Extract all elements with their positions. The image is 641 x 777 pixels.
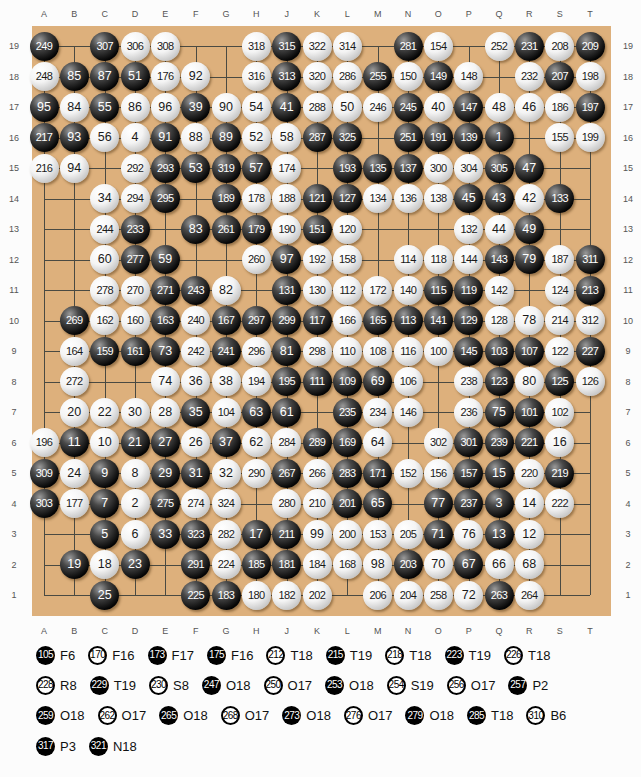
- stone-white-P12-move-144: 144: [454, 245, 483, 274]
- stone-move-number: 71: [431, 528, 445, 541]
- stone-white-M11-move-172: 172: [363, 276, 392, 305]
- row-label-left-2: 2: [11, 560, 16, 569]
- stone-move-number: 288: [309, 102, 326, 113]
- stone-move-number: 258: [430, 590, 447, 601]
- stone-move-number: 200: [339, 529, 356, 540]
- stone-white-N3-move-205: 205: [394, 520, 423, 549]
- stone-move-number: 210: [309, 498, 326, 509]
- stone-white-M1-move-206: 206: [363, 581, 392, 610]
- stone-move-number: 143: [491, 254, 508, 265]
- stone-white-S17-move-186: 186: [545, 93, 574, 122]
- stone-move-number: 233: [127, 224, 144, 235]
- row-label-left-16: 16: [9, 133, 19, 142]
- stone-move-number: 187: [551, 254, 568, 265]
- stone-move-number: 142: [491, 285, 508, 296]
- stone-white-O1-move-258: 258: [424, 581, 453, 610]
- stone-move-number: 117: [309, 315, 325, 326]
- stone-move-number: 296: [248, 346, 265, 357]
- stone-move-number: 163: [157, 315, 174, 326]
- row-label-left-10: 10: [9, 316, 19, 325]
- stone-move-number: 9: [101, 467, 108, 480]
- col-label-bottom-P: P: [466, 627, 472, 636]
- caption-entry-move-273: 273O18: [282, 706, 331, 725]
- stone-move-number: 272: [66, 376, 83, 387]
- stone-black-H3-move-17: 17: [242, 520, 271, 549]
- stone-black-J10-move-299: 299: [272, 306, 301, 335]
- caption-entry-move-265: 265O18: [159, 706, 208, 725]
- stone-black-F13-move-83: 83: [181, 215, 210, 244]
- stone-white-F10-move-240: 240: [181, 306, 210, 335]
- row-label-right-11: 11: [623, 286, 632, 295]
- stone-black-D13-move-233: 233: [121, 215, 150, 244]
- stone-black-H10-move-297: 297: [242, 306, 271, 335]
- caption-black-stone-259: 259: [36, 706, 55, 725]
- caption-entry-move-229: 229T19: [90, 676, 136, 695]
- caption-coordinate: O17: [288, 678, 313, 693]
- stone-black-P2-move-67: 67: [454, 550, 483, 579]
- stone-move-number: 246: [369, 102, 386, 113]
- stone-move-number: 231: [521, 41, 538, 52]
- stone-black-A19-move-249: 249: [30, 32, 59, 61]
- stone-white-J4-move-280: 280: [272, 489, 301, 518]
- stone-white-O15-move-300: 300: [424, 154, 453, 183]
- stone-move-number: 74: [158, 375, 172, 388]
- caption-coordinate: O17: [122, 708, 147, 723]
- stone-black-C5-move-9: 9: [90, 459, 119, 488]
- stone-white-F16-move-88: 88: [181, 123, 210, 152]
- stone-black-D12-move-277: 277: [121, 245, 150, 274]
- stone-white-T18-move-198: 198: [576, 62, 605, 91]
- stone-black-Q8-move-123: 123: [485, 367, 514, 396]
- stone-white-D16-move-4: 4: [121, 123, 150, 152]
- stone-move-number: 263: [491, 590, 508, 601]
- stone-move-number: 323: [187, 529, 204, 540]
- stone-white-P15-move-304: 304: [454, 154, 483, 183]
- caption-white-stone-218: 218: [385, 646, 404, 665]
- col-label-top-A: A: [41, 10, 47, 19]
- row-label-right-14: 14: [623, 194, 633, 203]
- stone-move-number: 202: [309, 590, 326, 601]
- caption-white-stone-250: 250: [264, 676, 283, 695]
- stone-move-number: 144: [460, 254, 477, 265]
- stone-move-number: 145: [460, 346, 477, 357]
- caption-entry-move-228: 228R8: [36, 676, 77, 695]
- stone-move-number: 154: [430, 41, 447, 52]
- stone-white-Q10-move-128: 128: [485, 306, 514, 335]
- stone-white-Q13-move-44: 44: [485, 215, 514, 244]
- stone-move-number: 53: [189, 162, 203, 175]
- stone-move-number: 199: [582, 132, 599, 143]
- stone-white-G11-move-82: 82: [212, 276, 241, 305]
- col-label-top-T: T: [587, 10, 593, 19]
- row-label-left-3: 3: [11, 530, 16, 539]
- stone-black-L7-move-235: 235: [333, 398, 362, 427]
- stone-black-J19-move-315: 315: [272, 32, 301, 61]
- stone-move-number: 37: [219, 436, 233, 449]
- stone-move-number: 141: [430, 315, 447, 326]
- stone-move-number: 287: [309, 132, 326, 143]
- stone-move-number: 67: [462, 558, 476, 571]
- stone-white-Q17-move-48: 48: [485, 93, 514, 122]
- caption-white-stone-170: 170: [88, 646, 107, 665]
- stone-move-number: 101: [521, 407, 538, 418]
- caption-entry-move-247: 247O18: [202, 676, 251, 695]
- caption-coordinate: O18: [306, 708, 331, 723]
- stone-black-G13-move-261: 261: [212, 215, 241, 244]
- stone-move-number: 301: [460, 437, 477, 448]
- stone-move-number: 306: [127, 41, 144, 52]
- stone-move-number: 225: [187, 590, 204, 601]
- stone-black-Q16-move-1: 1: [485, 123, 514, 152]
- stone-black-Q4-move-3: 3: [485, 489, 514, 518]
- col-label-top-L: L: [345, 10, 350, 19]
- stone-move-number: 168: [339, 559, 356, 570]
- stone-black-E3-move-33: 33: [151, 520, 180, 549]
- stone-move-number: 97: [280, 253, 294, 266]
- stone-move-number: 48: [492, 101, 506, 114]
- stone-white-S11-move-124: 124: [545, 276, 574, 305]
- stone-move-number: 312: [582, 315, 599, 326]
- row-label-left-13: 13: [9, 225, 19, 234]
- stone-move-number: 86: [128, 101, 142, 114]
- stone-black-G6-move-37: 37: [212, 428, 241, 457]
- caption-coordinate: O18: [183, 708, 208, 723]
- stone-white-O17-move-40: 40: [424, 93, 453, 122]
- stone-move-number: 113: [400, 315, 416, 326]
- stone-move-number: 176: [157, 71, 174, 82]
- stone-white-P1-move-72: 72: [454, 581, 483, 610]
- stone-move-number: 11: [68, 436, 81, 449]
- stone-move-number: 84: [67, 101, 81, 114]
- stone-black-F7-move-35: 35: [181, 398, 210, 427]
- stone-move-number: 131: [278, 285, 295, 296]
- stone-black-A17-move-95: 95: [30, 93, 59, 122]
- caption-white-stone-228: 228: [36, 676, 55, 695]
- stone-move-number: 156: [430, 468, 447, 479]
- stone-move-number: 20: [67, 406, 81, 419]
- stone-move-number: 146: [400, 407, 417, 418]
- stone-white-G17-move-90: 90: [212, 93, 241, 122]
- stone-move-number: 70: [431, 558, 445, 571]
- stone-move-number: 313: [278, 71, 295, 82]
- stone-white-D5-move-8: 8: [121, 459, 150, 488]
- col-label-top-F: F: [193, 10, 199, 19]
- stone-white-K5-move-266: 266: [303, 459, 332, 488]
- stone-move-number: 155: [551, 132, 568, 143]
- stone-move-number: 32: [219, 467, 233, 480]
- stone-move-number: 121: [309, 193, 326, 204]
- stone-white-L12-move-158: 158: [333, 245, 362, 274]
- stone-white-M9-move-108: 108: [363, 337, 392, 366]
- stone-white-C6-move-10: 10: [90, 428, 119, 457]
- caption-entry-move-230: 230S8: [149, 676, 189, 695]
- stone-move-number: 300: [430, 163, 447, 174]
- stone-black-F17-move-39: 39: [181, 93, 210, 122]
- row-label-right-1: 1: [625, 591, 630, 600]
- stone-white-M14-move-134: 134: [363, 184, 392, 213]
- stone-black-F15-move-53: 53: [181, 154, 210, 183]
- stone-black-N17-move-245: 245: [394, 93, 423, 122]
- stone-white-R3-move-12: 12: [515, 520, 544, 549]
- col-label-bottom-E: E: [162, 627, 168, 636]
- stone-black-A4-move-303: 303: [30, 489, 59, 518]
- stone-move-number: 87: [98, 70, 112, 83]
- stone-black-G9-move-241: 241: [212, 337, 241, 366]
- stone-white-F18-move-92: 92: [181, 62, 210, 91]
- stone-move-number: 274: [187, 498, 204, 509]
- stone-white-K2-move-184: 184: [303, 550, 332, 579]
- stone-black-K13-move-151: 151: [303, 215, 332, 244]
- stone-move-number: 138: [430, 193, 447, 204]
- stone-white-L13-move-120: 120: [333, 215, 362, 244]
- stone-black-N16-move-251: 251: [394, 123, 423, 152]
- stone-move-number: 58: [280, 131, 294, 144]
- row-label-left-14: 14: [9, 194, 19, 203]
- stone-move-number: 264: [521, 590, 538, 601]
- stone-black-J17-move-41: 41: [272, 93, 301, 122]
- stone-move-number: 148: [460, 71, 477, 82]
- stone-white-L3-move-200: 200: [333, 520, 362, 549]
- stone-move-number: 190: [278, 224, 295, 235]
- stone-move-number: 139: [460, 132, 477, 143]
- caption-coordinate: N18: [113, 739, 137, 754]
- stone-move-number: 244: [96, 224, 113, 235]
- stone-black-E14-move-295: 295: [151, 184, 180, 213]
- row-label-left-1: 1: [11, 591, 16, 600]
- caption-entry-move-317: 317P3: [36, 737, 76, 756]
- stone-white-Q19-move-252: 252: [485, 32, 514, 61]
- caption-entry-move-105: 105F6: [36, 646, 75, 665]
- stone-move-number: 46: [522, 101, 536, 114]
- stone-move-number: 109: [339, 376, 356, 387]
- stone-move-number: 34: [98, 192, 112, 205]
- stone-white-K12-move-192: 192: [303, 245, 332, 274]
- stone-white-H18-move-316: 316: [242, 62, 271, 91]
- stone-white-P3-move-76: 76: [454, 520, 483, 549]
- stone-move-number: 261: [218, 224, 235, 235]
- kifu-page: AA1919BB1818CC1717DD1616EE1515FF1414GG13…: [0, 0, 641, 777]
- stone-black-B10-move-269: 269: [60, 306, 89, 335]
- caption-coordinate: B6: [550, 708, 566, 723]
- row-label-left-6: 6: [11, 438, 16, 447]
- col-label-top-P: P: [466, 10, 472, 19]
- stone-black-M5-move-171: 171: [363, 459, 392, 488]
- stone-move-number: 72: [462, 589, 476, 602]
- stone-white-R8-move-80: 80: [515, 367, 544, 396]
- stone-move-number: 60: [98, 253, 112, 266]
- caption-entry-move-310: 310B6: [526, 706, 566, 725]
- stone-black-P14-move-45: 45: [454, 184, 483, 213]
- stone-black-Q15-move-305: 305: [485, 154, 514, 183]
- col-label-bottom-L: L: [345, 627, 350, 636]
- col-label-bottom-S: S: [557, 627, 563, 636]
- stone-black-L5-move-283: 283: [333, 459, 362, 488]
- stone-black-Q9-move-103: 103: [485, 337, 514, 366]
- stone-white-N9-move-116: 116: [394, 337, 423, 366]
- stone-white-B15-move-94: 94: [60, 154, 89, 183]
- stone-black-R15-move-47: 47: [515, 154, 544, 183]
- col-label-bottom-B: B: [71, 627, 77, 636]
- caption-coordinate: S19: [411, 678, 434, 693]
- stone-move-number: 107: [521, 346, 538, 357]
- stone-move-number: 94: [67, 162, 81, 175]
- stone-white-G2-move-224: 224: [212, 550, 241, 579]
- stone-move-number: 162: [96, 315, 113, 326]
- stone-black-T11-move-213: 213: [576, 276, 605, 305]
- stone-white-B7-move-20: 20: [60, 398, 89, 427]
- stone-move-number: 266: [309, 468, 326, 479]
- stone-move-number: 152: [400, 468, 417, 479]
- stone-move-number: 38: [219, 375, 233, 388]
- stone-move-number: 129: [460, 315, 477, 326]
- stone-move-number: 260: [248, 254, 265, 265]
- caption-black-stone-257: 257: [508, 676, 527, 695]
- stone-black-P9-move-145: 145: [454, 337, 483, 366]
- stone-black-E16-move-91: 91: [151, 123, 180, 152]
- stone-move-number: 319: [218, 163, 235, 174]
- stone-move-number: 178: [248, 193, 265, 204]
- stone-move-number: 122: [551, 346, 568, 357]
- row-label-left-11: 11: [9, 286, 18, 295]
- col-label-top-C: C: [101, 10, 108, 19]
- caption-entry-move-321: 321N18: [89, 737, 137, 756]
- stone-move-number: 82: [219, 284, 233, 297]
- stone-move-number: 305: [491, 163, 508, 174]
- stone-black-S18-move-207: 207: [545, 62, 574, 91]
- stone-move-number: 267: [278, 468, 295, 479]
- stone-white-B9-move-164: 164: [60, 337, 89, 366]
- stone-black-C4-move-7: 7: [90, 489, 119, 518]
- row-label-left-19: 19: [9, 42, 19, 51]
- stone-black-C19-move-307: 307: [90, 32, 119, 61]
- stone-move-number: 293: [157, 163, 174, 174]
- caption-coordinate: T18: [290, 648, 312, 663]
- stone-black-R9-move-107: 107: [515, 337, 544, 366]
- stone-move-number: 19: [67, 558, 81, 571]
- row-label-left-18: 18: [9, 72, 19, 81]
- row-label-right-7: 7: [625, 408, 630, 417]
- stone-move-number: 49: [522, 223, 536, 236]
- col-label-top-S: S: [557, 10, 563, 19]
- caption-coordinate: T18: [409, 648, 431, 663]
- caption-coordinate: T19: [350, 648, 372, 663]
- stone-black-P17-move-147: 147: [454, 93, 483, 122]
- stone-black-R19-move-231: 231: [515, 32, 544, 61]
- stone-move-number: 119: [461, 285, 477, 296]
- stone-move-number: 118: [430, 254, 446, 265]
- stone-move-number: 219: [551, 468, 568, 479]
- stone-move-number: 43: [492, 192, 506, 205]
- stone-white-L9-move-110: 110: [333, 337, 362, 366]
- stone-black-B6-move-11: 11: [60, 428, 89, 457]
- stone-move-number: 14: [522, 497, 536, 510]
- stone-move-number: 205: [400, 529, 417, 540]
- stone-move-number: 18: [98, 558, 112, 571]
- caption-line-4: 317P3321N18: [36, 735, 137, 757]
- stone-black-Q5-move-15: 15: [485, 459, 514, 488]
- row-label-right-3: 3: [625, 530, 630, 539]
- row-label-right-5: 5: [625, 469, 630, 478]
- stone-move-number: 186: [551, 102, 568, 113]
- stone-black-O18-move-149: 149: [424, 62, 453, 91]
- stone-white-R4-move-14: 14: [515, 489, 544, 518]
- stone-move-number: 237: [460, 498, 477, 509]
- caption-black-stone-265: 265: [159, 706, 178, 725]
- stone-move-number: 27: [158, 436, 172, 449]
- caption-coordinate: R8: [60, 678, 77, 693]
- row-label-right-17: 17: [623, 103, 633, 112]
- stone-move-number: 51: [128, 70, 142, 83]
- caption-coordinate: F17: [172, 648, 194, 663]
- stone-white-C2-move-18: 18: [90, 550, 119, 579]
- stone-black-J12-move-97: 97: [272, 245, 301, 274]
- stone-move-number: 193: [339, 163, 356, 174]
- stone-black-T19-move-209: 209: [576, 32, 605, 61]
- caption-black-stone-223: 223: [445, 646, 464, 665]
- stone-move-number: 123: [491, 376, 508, 387]
- stone-white-O9-move-100: 100: [424, 337, 453, 366]
- stone-move-number: 206: [369, 590, 386, 601]
- stone-move-number: 298: [309, 346, 326, 357]
- stone-white-L18-move-286: 286: [333, 62, 362, 91]
- stone-white-S4-move-222: 222: [545, 489, 574, 518]
- stone-white-B17-move-84: 84: [60, 93, 89, 122]
- stone-move-number: 284: [278, 437, 295, 448]
- stone-move-number: 196: [36, 437, 53, 448]
- stone-move-number: 3: [496, 497, 503, 510]
- stone-black-E11-move-271: 271: [151, 276, 180, 305]
- stone-move-number: 106: [400, 376, 417, 387]
- stone-white-L2-move-168: 168: [333, 550, 362, 579]
- caption-coordinate: T19: [469, 648, 491, 663]
- stone-white-Q11-move-142: 142: [485, 276, 514, 305]
- stone-move-number: 197: [582, 102, 599, 113]
- stone-black-J11-move-131: 131: [272, 276, 301, 305]
- stone-black-F5-move-31: 31: [181, 459, 210, 488]
- stone-white-R1-move-264: 264: [515, 581, 544, 610]
- stone-move-number: 161: [127, 346, 144, 357]
- stone-white-K3-move-99: 99: [303, 520, 332, 549]
- stone-white-F4-move-274: 274: [181, 489, 210, 518]
- stone-black-G15-move-319: 319: [212, 154, 241, 183]
- stone-move-number: 289: [309, 437, 326, 448]
- stone-move-number: 240: [187, 315, 204, 326]
- stone-move-number: 318: [248, 41, 265, 52]
- stone-move-number: 36: [189, 375, 203, 388]
- caption-black-stone-247: 247: [202, 676, 221, 695]
- row-label-right-13: 13: [623, 225, 633, 234]
- stone-black-L15-move-193: 193: [333, 154, 362, 183]
- stone-black-R12-move-79: 79: [515, 245, 544, 274]
- stone-white-C12-move-60: 60: [90, 245, 119, 274]
- stone-white-N1-move-204: 204: [394, 581, 423, 610]
- stone-white-T16-move-199: 199: [576, 123, 605, 152]
- stone-move-number: 137: [400, 163, 417, 174]
- stone-move-number: 92: [189, 70, 203, 83]
- stone-move-number: 269: [66, 315, 83, 326]
- stone-black-K14-move-121: 121: [303, 184, 332, 213]
- stone-white-C14-move-34: 34: [90, 184, 119, 213]
- stone-white-O12-move-118: 118: [424, 245, 453, 274]
- stone-black-C3-move-5: 5: [90, 520, 119, 549]
- stone-black-D6-move-21: 21: [121, 428, 150, 457]
- stone-move-number: 100: [430, 346, 447, 357]
- stone-move-number: 128: [491, 315, 508, 326]
- stone-move-number: 271: [157, 285, 174, 296]
- row-label-left-12: 12: [9, 255, 19, 264]
- caption-entry-move-268: 268O17: [221, 706, 270, 725]
- stone-black-O11-move-115: 115: [424, 276, 453, 305]
